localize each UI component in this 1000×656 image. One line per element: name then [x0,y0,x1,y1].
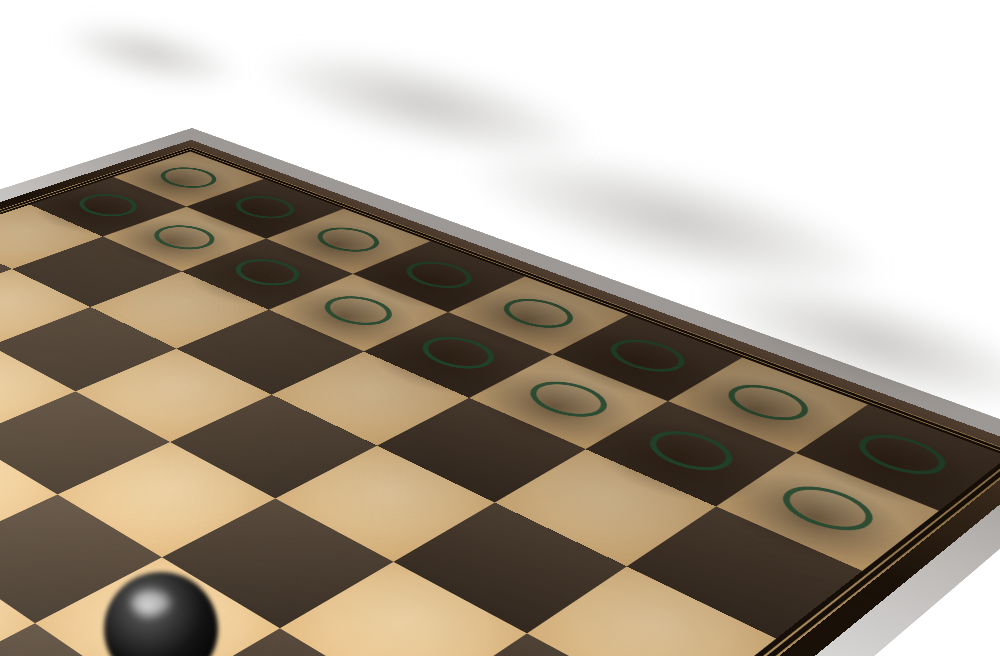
square-a2[interactable]: ♟ [716,453,939,571]
piece-glyph: ♟ [720,283,935,523]
photo-canvas: ♜♞♝♚♛♝♞♜♟♟♟♟♟♟♟♟ [0,0,1000,656]
chessboard-scene: ♜♞♝♚♛♝♞♜♟♟♟♟♟♟♟♟ [0,0,788,656]
square-a4[interactable] [527,566,776,656]
